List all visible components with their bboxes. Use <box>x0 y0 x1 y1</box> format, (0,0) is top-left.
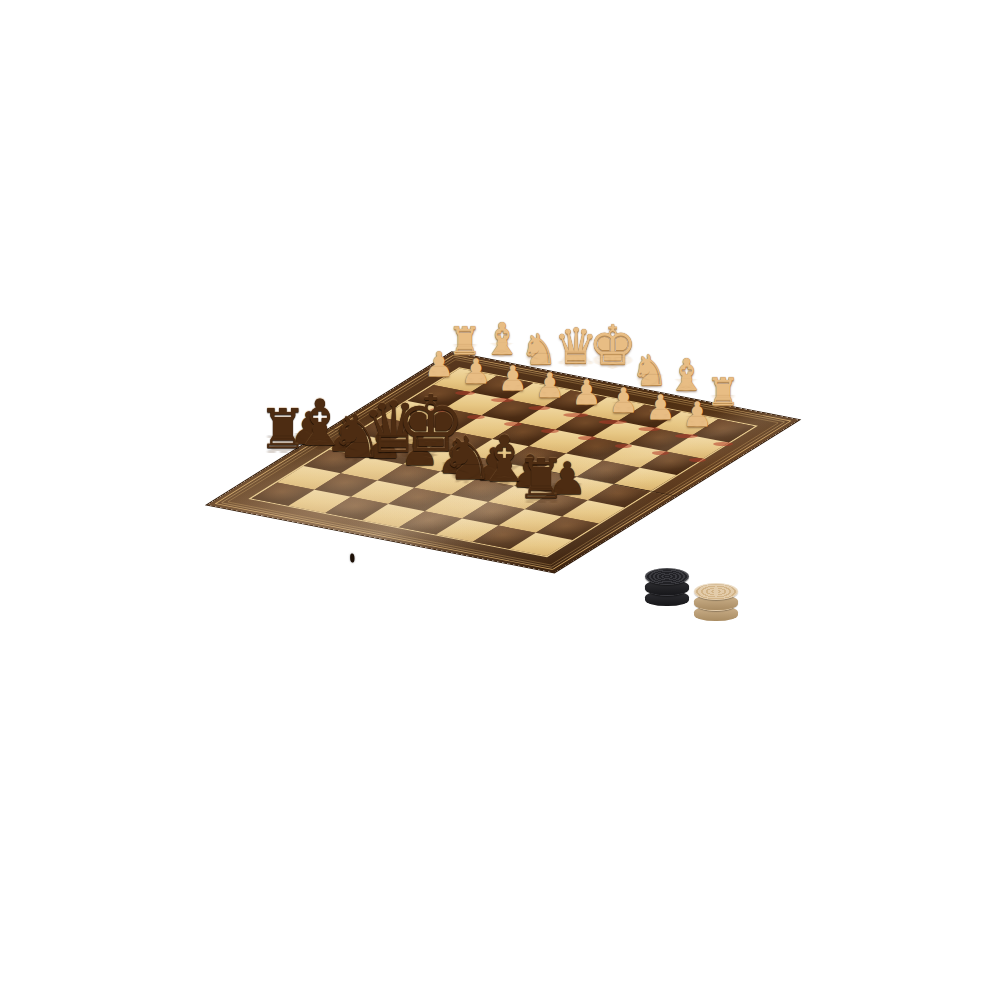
natural-draughts-disc[interactable] <box>694 583 738 610</box>
product-photo-scene: ♜♜♝♝♞♞♛♛♚♚♞♞♝♝♜♜♟♟♟♟♟♟♟♟♟♟♟♟♟♟♟♟♟♟♟♟♟♟♟♟… <box>0 0 1000 1000</box>
gloss-piece-reflection: ♟ <box>424 364 454 378</box>
black-draughts-disc[interactable] <box>645 568 689 595</box>
keyhole-latch <box>350 553 354 563</box>
gloss-piece-reflection: ♟ <box>534 386 564 400</box>
piece-white-pawn-f2[interactable]: ♟♟ <box>498 361 528 427</box>
piece-black-rook-a8[interactable]: ♜♜ <box>516 452 565 560</box>
red-base-ring <box>541 429 559 433</box>
piece-white-pawn-c2[interactable]: ♟♟ <box>608 383 638 449</box>
gloss-piece-reflection: ♟ <box>571 393 601 407</box>
piece-white-pawn-e2[interactable]: ♟♟ <box>534 368 564 434</box>
piece-white-pawn-d2[interactable]: ♟♟ <box>571 375 601 441</box>
gloss-piece-reflection: ♚ <box>588 348 636 371</box>
red-base-ring <box>652 451 670 455</box>
red-base-ring <box>467 415 485 419</box>
disc-face <box>694 583 738 600</box>
gloss-piece-reflection: ♟ <box>682 415 712 429</box>
pieces-layer: ♜♜♝♝♞♞♛♛♚♚♞♞♝♝♜♜♟♟♟♟♟♟♟♟♟♟♟♟♟♟♟♟♟♟♟♟♟♟♟♟… <box>0 0 1000 1000</box>
disc-face <box>645 568 689 585</box>
gloss-piece-reflection: ♜ <box>516 482 565 505</box>
piece-white-pawn-b2[interactable]: ♟♟ <box>645 390 675 456</box>
gloss-piece-reflection: ♟ <box>608 400 638 414</box>
piece-white-pawn-a2[interactable]: ♟♟ <box>682 397 712 463</box>
red-base-ring <box>688 458 706 462</box>
gloss-piece-reflection: ♟ <box>645 407 675 421</box>
gloss-piece-reflection: ♟ <box>498 379 528 393</box>
red-base-ring <box>615 444 633 448</box>
red-base-ring <box>713 442 733 446</box>
red-base-ring <box>578 436 596 440</box>
